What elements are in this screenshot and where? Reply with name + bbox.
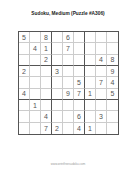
- sudoku-cell-given[interactable]: 4: [19, 89, 30, 100]
- sudoku-cell-empty[interactable]: [30, 77, 41, 88]
- sudoku-cell-given[interactable]: 2: [19, 66, 30, 77]
- sudoku-cell-empty[interactable]: [74, 100, 85, 111]
- sudoku-cell-empty[interactable]: [52, 55, 63, 66]
- sudoku-cell-empty[interactable]: [96, 43, 107, 54]
- sudoku-cell-empty[interactable]: [85, 100, 96, 111]
- sudoku-cell-empty[interactable]: [74, 43, 85, 54]
- sudoku-cell-empty[interactable]: [85, 66, 96, 77]
- sudoku-cell-empty[interactable]: [96, 89, 107, 100]
- sudoku-cell-given[interactable]: 1: [85, 123, 96, 134]
- sudoku-cell-empty[interactable]: [107, 111, 118, 122]
- sudoku-cell-given[interactable]: 2: [52, 123, 63, 134]
- sudoku-cell-empty[interactable]: [85, 32, 96, 43]
- sudoku-cell-given[interactable]: 1: [41, 43, 52, 54]
- sudoku-cell-given[interactable]: 6: [63, 32, 74, 43]
- sudoku-cell-given[interactable]: 9: [63, 89, 74, 100]
- sudoku-cell-empty[interactable]: [30, 111, 41, 122]
- sudoku-cell-empty[interactable]: [30, 55, 41, 66]
- sudoku-cell-given[interactable]: 9: [107, 66, 118, 77]
- sudoku-cell-empty[interactable]: [85, 55, 96, 66]
- sudoku-cell-given[interactable]: 6: [74, 111, 85, 122]
- sudoku-cell-empty[interactable]: [96, 100, 107, 111]
- sudoku-grid: 5864172482395744971514637241: [18, 31, 119, 135]
- sudoku-cell-empty[interactable]: [52, 89, 63, 100]
- sudoku-cell-empty[interactable]: [63, 100, 74, 111]
- sudoku-cell-given[interactable]: 7: [96, 77, 107, 88]
- sudoku-cell-given[interactable]: 5: [19, 32, 30, 43]
- sudoku-cell-given[interactable]: 8: [107, 55, 118, 66]
- sudoku-cell-empty[interactable]: [19, 55, 30, 66]
- sudoku-cell-given[interactable]: 4: [30, 43, 41, 54]
- sudoku-cell-empty[interactable]: [19, 123, 30, 134]
- sudoku-cell-empty[interactable]: [19, 100, 30, 111]
- sudoku-cell-given[interactable]: 4: [41, 111, 52, 122]
- sudoku-cell-given[interactable]: 3: [96, 111, 107, 122]
- sudoku-cell-given[interactable]: 5: [107, 89, 118, 100]
- sudoku-cell-empty[interactable]: [74, 66, 85, 77]
- sudoku-cell-empty[interactable]: [19, 111, 30, 122]
- sudoku-cell-empty[interactable]: [41, 100, 52, 111]
- sudoku-cell-empty[interactable]: [63, 55, 74, 66]
- sudoku-cell-empty[interactable]: [85, 111, 96, 122]
- sudoku-cell-given[interactable]: 7: [63, 43, 74, 54]
- sudoku-cell-empty[interactable]: [85, 77, 96, 88]
- sudoku-cell-empty[interactable]: [96, 32, 107, 43]
- sudoku-cell-empty[interactable]: [107, 43, 118, 54]
- sudoku-cell-empty[interactable]: [63, 77, 74, 88]
- sudoku-cell-given[interactable]: 4: [96, 55, 107, 66]
- sudoku-cell-empty[interactable]: [41, 89, 52, 100]
- sudoku-cell-given[interactable]: 4: [107, 77, 118, 88]
- sudoku-cell-empty[interactable]: [107, 100, 118, 111]
- sudoku-cell-empty[interactable]: [19, 43, 30, 54]
- sudoku-cell-empty[interactable]: [74, 32, 85, 43]
- sudoku-cell-empty[interactable]: [107, 123, 118, 134]
- sudoku-cell-empty[interactable]: [63, 111, 74, 122]
- sudoku-cell-empty[interactable]: [63, 66, 74, 77]
- sudoku-cell-given[interactable]: 5: [74, 77, 85, 88]
- sudoku-cell-empty[interactable]: [52, 111, 63, 122]
- sudoku-cell-given[interactable]: 3: [52, 66, 63, 77]
- sudoku-cell-empty[interactable]: [41, 77, 52, 88]
- page-title: Sudoku, Medium (Puzzle #A306): [14, 11, 123, 16]
- sudoku-cell-empty[interactable]: [52, 32, 63, 43]
- sudoku-cell-empty[interactable]: [85, 43, 96, 54]
- sudoku-sheet: { "game": "sudoku", "header": { "title":…: [0, 0, 136, 176]
- sudoku-cell-empty[interactable]: [30, 123, 41, 134]
- sudoku-cell-empty[interactable]: [74, 55, 85, 66]
- sudoku-cell-empty[interactable]: [41, 66, 52, 77]
- sudoku-cell-given[interactable]: 1: [85, 89, 96, 100]
- sudoku-cell-empty[interactable]: [30, 66, 41, 77]
- footer-url: www.printfreesudoku.com: [34, 162, 102, 165]
- sudoku-cell-empty[interactable]: [96, 66, 107, 77]
- sudoku-cell-given[interactable]: 1: [30, 100, 41, 111]
- sudoku-cell-empty[interactable]: [30, 32, 41, 43]
- sudoku-cell-empty[interactable]: [96, 123, 107, 134]
- sudoku-cell-empty[interactable]: [52, 43, 63, 54]
- sudoku-cell-empty[interactable]: [107, 32, 118, 43]
- sudoku-cell-empty[interactable]: [52, 77, 63, 88]
- sudoku-cell-empty[interactable]: [52, 100, 63, 111]
- sudoku-cell-given[interactable]: 4: [74, 123, 85, 134]
- sudoku-cell-given[interactable]: 7: [74, 89, 85, 100]
- sudoku-cell-given[interactable]: 7: [41, 123, 52, 134]
- sudoku-cell-empty[interactable]: [30, 89, 41, 100]
- sudoku-cell-given[interactable]: 8: [41, 32, 52, 43]
- sudoku-cell-empty[interactable]: [63, 123, 74, 134]
- sudoku-cell-given[interactable]: 2: [41, 55, 52, 66]
- sudoku-cell-empty[interactable]: [19, 77, 30, 88]
